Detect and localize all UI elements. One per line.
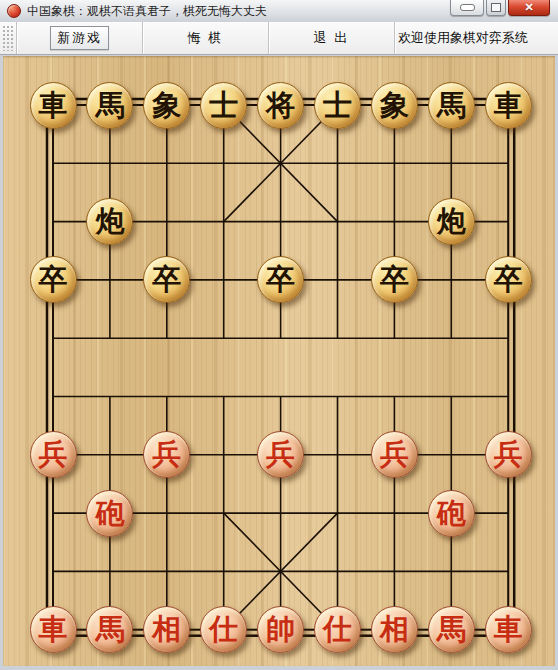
toolbar: 新游戏 悔 棋 退 出 欢迎使用象棋对弈系统 — [0, 22, 558, 55]
piece-red-兵[interactable]: 兵 — [30, 431, 77, 478]
piece-black-馬[interactable]: 馬 — [428, 82, 475, 129]
piece-black-車[interactable]: 車 — [485, 82, 532, 129]
piece-black-車[interactable]: 車 — [30, 82, 77, 129]
undo-move-button[interactable]: 悔 棋 — [182, 27, 230, 49]
piece-black-卒[interactable]: 卒 — [371, 256, 418, 303]
toolbar-gripper[interactable] — [2, 25, 14, 51]
piece-red-砲[interactable]: 砲 — [428, 490, 475, 537]
new-game-button[interactable]: 新游戏 — [50, 26, 109, 50]
maximize-button[interactable] — [486, 0, 506, 16]
piece-red-帥[interactable]: 帥 — [257, 606, 304, 653]
piece-red-相[interactable]: 相 — [371, 606, 418, 653]
app-icon — [7, 4, 21, 18]
window-controls: ✕ — [450, 0, 550, 16]
piece-black-将[interactable]: 将 — [257, 82, 304, 129]
toolbar-section-exit: 退 出 — [268, 22, 394, 54]
xiangqi-board[interactable]: 車馬象士将士象馬車炮炮卒卒卒卒卒兵兵兵兵兵砲砲車馬相仕帥仕相馬車 — [3, 56, 555, 666]
minimize-icon — [460, 4, 475, 11]
piece-black-象[interactable]: 象 — [143, 82, 190, 129]
close-icon: ✕ — [524, 1, 533, 14]
piece-red-車[interactable]: 車 — [485, 606, 532, 653]
piece-black-士[interactable]: 士 — [200, 82, 247, 129]
piece-black-馬[interactable]: 馬 — [86, 82, 133, 129]
maximize-icon — [491, 3, 501, 12]
close-button[interactable]: ✕ — [508, 0, 550, 16]
toolbar-section-new-game: 新游戏 — [16, 22, 142, 54]
piece-red-兵[interactable]: 兵 — [371, 431, 418, 478]
piece-black-炮[interactable]: 炮 — [428, 198, 475, 245]
board-grid — [3, 56, 555, 666]
piece-red-車[interactable]: 車 — [30, 606, 77, 653]
piece-red-馬[interactable]: 馬 — [428, 606, 475, 653]
piece-black-卒[interactable]: 卒 — [30, 256, 77, 303]
minimize-button[interactable] — [450, 0, 484, 16]
piece-black-士[interactable]: 士 — [314, 82, 361, 129]
title-bar[interactable]: 中国象棋：观棋不语真君子，棋死无悔大丈夫 ✕ — [0, 0, 558, 23]
piece-red-仕[interactable]: 仕 — [314, 606, 361, 653]
xiangqi-app-window: { "window": { "title": "中国象棋：观棋不语真君子，棋死无… — [0, 0, 558, 670]
window-title: 中国象棋：观棋不语真君子，棋死无悔大丈夫 — [27, 3, 267, 20]
piece-red-砲[interactable]: 砲 — [86, 490, 133, 537]
exit-button[interactable]: 退 出 — [308, 27, 356, 49]
piece-red-兵[interactable]: 兵 — [485, 431, 532, 478]
toolbar-section-undo: 悔 棋 — [142, 22, 268, 54]
piece-black-卒[interactable]: 卒 — [485, 256, 532, 303]
piece-black-象[interactable]: 象 — [371, 82, 418, 129]
status-text: 欢迎使用象棋对弈系统 — [394, 22, 558, 54]
